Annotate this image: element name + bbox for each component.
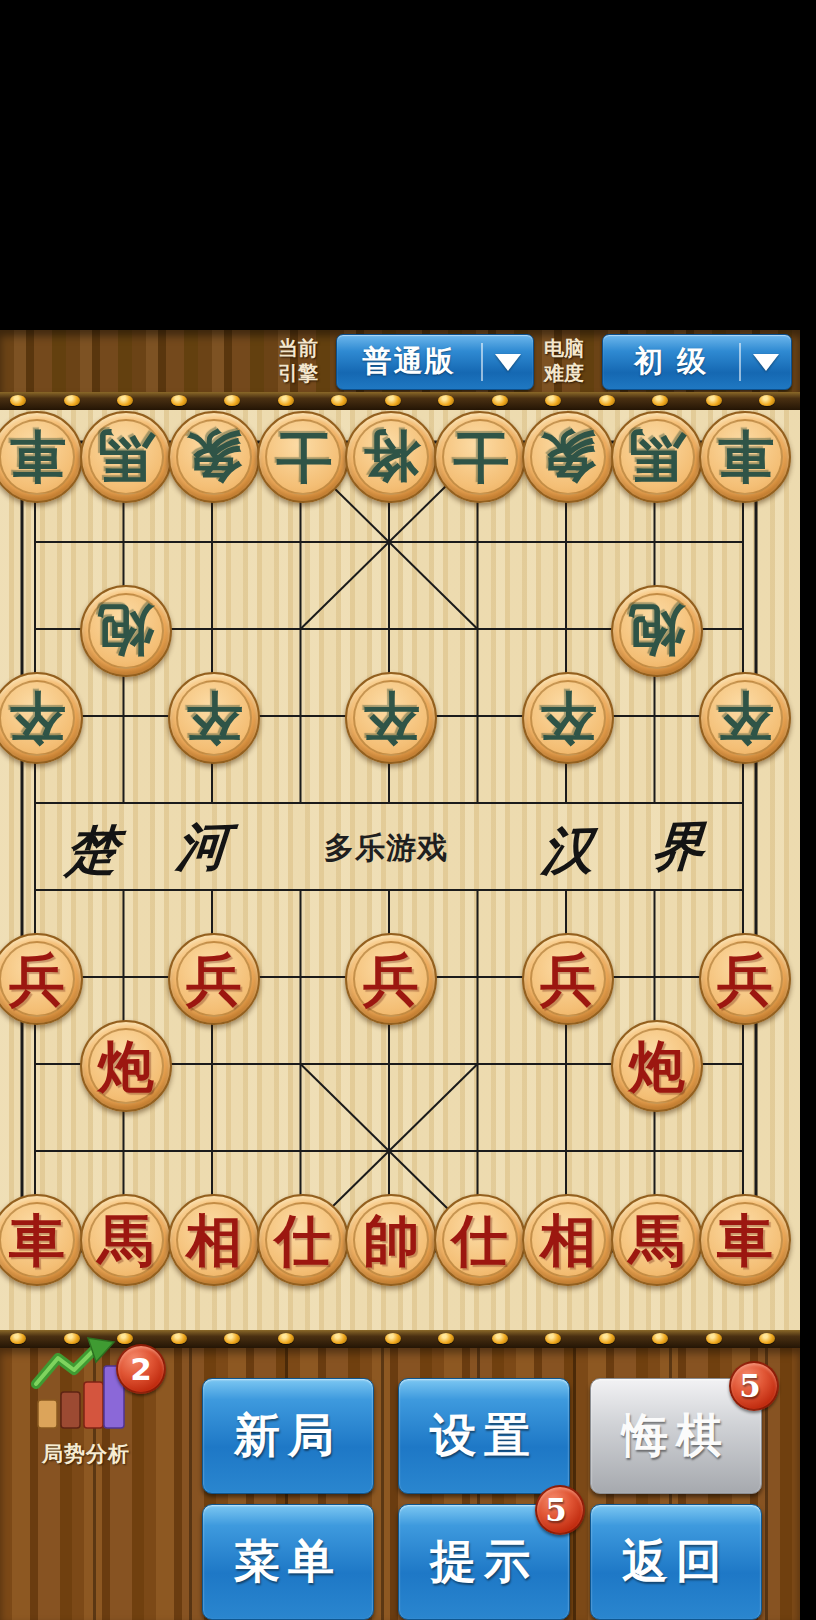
piece-glyph: 象 — [540, 429, 596, 485]
gold-stud-icon — [331, 1333, 347, 1344]
piece-black-advisor[interactable]: 士 — [434, 411, 526, 503]
piece-red-soldier[interactable]: 兵 — [345, 933, 437, 1025]
gold-stud-icon — [599, 395, 615, 406]
piece-glyph: 馬 — [98, 1212, 154, 1268]
back-button[interactable]: 返回 — [590, 1504, 762, 1620]
piece-glyph: 士 — [452, 429, 508, 485]
gold-stud-icon — [117, 395, 133, 406]
hint-badge: 5 — [535, 1485, 585, 1535]
piece-red-soldier[interactable]: 兵 — [699, 933, 791, 1025]
difficulty-dropdown[interactable]: 初 级 — [602, 334, 792, 390]
chevron-down-icon — [495, 354, 521, 371]
difficulty-label-line2: 难度 — [532, 361, 596, 386]
piece-glyph: 相 — [186, 1212, 242, 1268]
engine-label-line2: 引擎 — [266, 361, 330, 386]
piece-glyph: 卒 — [540, 690, 596, 746]
letterbox-right — [800, 0, 816, 1620]
gold-stud-icon — [706, 1333, 722, 1344]
piece-glyph: 炮 — [98, 1038, 154, 1094]
piece-glyph: 車 — [9, 1212, 65, 1268]
gold-stud-icon — [759, 395, 775, 406]
engine-dropdown[interactable]: 普通版 — [336, 334, 534, 390]
piece-black-soldier[interactable]: 卒 — [168, 672, 260, 764]
game-screen: 当前 引擎 普通版 电脑 难度 初 级 — [0, 0, 816, 1620]
piece-black-elephant[interactable]: 象 — [168, 411, 260, 503]
piece-red-cannon[interactable]: 炮 — [80, 1020, 172, 1112]
gold-stud-icon — [224, 395, 240, 406]
piece-glyph: 兵 — [717, 951, 773, 1007]
undo-badge: 5 — [729, 1361, 779, 1411]
piece-glyph: 卒 — [363, 690, 419, 746]
piece-glyph: 卒 — [9, 690, 65, 746]
gold-stud-icon — [652, 395, 668, 406]
gold-stud-icon — [492, 1333, 508, 1344]
engine-toolbar: 当前 引擎 普通版 电脑 难度 初 级 — [0, 330, 800, 392]
hint-button[interactable]: 提示 5 — [398, 1504, 570, 1620]
piece-glyph: 車 — [9, 429, 65, 485]
difficulty-label: 电脑 难度 — [532, 336, 596, 386]
new-game-button-label: 新局 — [234, 1405, 342, 1467]
gold-stud-icon — [10, 395, 26, 406]
piece-red-horse[interactable]: 馬 — [611, 1194, 703, 1286]
piece-glyph: 卒 — [717, 690, 773, 746]
piece-glyph: 兵 — [363, 951, 419, 1007]
piece-glyph: 炮 — [629, 603, 685, 659]
piece-glyph: 炮 — [98, 603, 154, 659]
gold-stud-icon — [385, 1333, 401, 1344]
piece-glyph: 将 — [363, 429, 419, 485]
piece-red-chariot[interactable]: 車 — [699, 1194, 791, 1286]
analysis-label: 局势分析 — [16, 1440, 156, 1468]
piece-red-general[interactable]: 帥 — [345, 1194, 437, 1286]
decor-stud-strip-top — [0, 392, 800, 410]
piece-glyph: 卒 — [186, 690, 242, 746]
piece-black-horse[interactable]: 馬 — [611, 411, 703, 503]
gold-stud-icon — [64, 395, 80, 406]
piece-red-advisor[interactable]: 仕 — [257, 1194, 349, 1286]
piece-black-cannon[interactable]: 炮 — [611, 585, 703, 677]
hint-button-label: 提示 — [430, 1531, 538, 1593]
difficulty-dropdown-value: 初 级 — [603, 342, 739, 382]
xiangqi-board[interactable]: 楚 河 多乐游戏 汉 界 車馬象士将士象馬車炮炮卒卒卒卒卒兵兵兵兵兵炮炮車馬相仕… — [0, 410, 800, 1330]
piece-glyph: 兵 — [540, 951, 596, 1007]
letterbox-top — [0, 0, 816, 330]
piece-red-elephant[interactable]: 相 — [522, 1194, 614, 1286]
gold-stud-icon — [171, 1333, 187, 1344]
piece-red-soldier[interactable]: 兵 — [168, 933, 260, 1025]
gold-stud-icon — [10, 1333, 26, 1344]
gold-stud-icon — [438, 395, 454, 406]
gold-stud-icon — [492, 395, 508, 406]
piece-glyph: 相 — [540, 1212, 596, 1268]
piece-black-elephant[interactable]: 象 — [522, 411, 614, 503]
gold-stud-icon — [224, 1333, 240, 1344]
gold-stud-icon — [438, 1333, 454, 1344]
new-game-button[interactable]: 新局 — [202, 1378, 374, 1494]
gold-stud-icon — [652, 1333, 668, 1344]
river-text-chu-he: 楚 河 — [63, 811, 251, 887]
piece-glyph: 炮 — [629, 1038, 685, 1094]
engine-dropdown-arrow-button[interactable] — [483, 354, 533, 371]
analysis-chart-icon — [30, 1336, 130, 1436]
gold-stud-icon — [171, 395, 187, 406]
analysis-badge: 2 — [116, 1344, 166, 1394]
analysis-button[interactable]: 2 局势分析 — [30, 1336, 142, 1466]
engine-dropdown-value: 普通版 — [337, 342, 481, 382]
piece-black-advisor[interactable]: 士 — [257, 411, 349, 503]
gold-stud-icon — [545, 1333, 561, 1344]
piece-black-soldier[interactable]: 卒 — [699, 672, 791, 764]
piece-black-soldier[interactable]: 卒 — [522, 672, 614, 764]
gold-stud-icon — [545, 395, 561, 406]
piece-glyph: 車 — [717, 1212, 773, 1268]
undo-button-label: 悔棋 — [622, 1405, 730, 1467]
engine-label: 当前 引擎 — [266, 336, 330, 386]
piece-glyph: 馬 — [98, 429, 154, 485]
piece-black-soldier[interactable]: 卒 — [345, 672, 437, 764]
piece-red-cannon[interactable]: 炮 — [611, 1020, 703, 1112]
piece-glyph: 帥 — [363, 1212, 419, 1268]
piece-glyph: 車 — [717, 429, 773, 485]
piece-black-cannon[interactable]: 炮 — [80, 585, 172, 677]
settings-button[interactable]: 设置 — [398, 1378, 570, 1494]
bottom-control-panel: 2 局势分析 新局 设置 悔棋 5 菜单 提示 5 返回 — [0, 1348, 800, 1620]
river-text-han-jie: 汉 界 — [539, 811, 727, 887]
gold-stud-icon — [278, 395, 294, 406]
piece-red-horse[interactable]: 馬 — [80, 1194, 172, 1286]
chevron-down-icon — [753, 354, 779, 371]
piece-glyph: 象 — [186, 429, 242, 485]
piece-red-soldier[interactable]: 兵 — [522, 933, 614, 1025]
piece-red-advisor[interactable]: 仕 — [434, 1194, 526, 1286]
piece-red-elephant[interactable]: 相 — [168, 1194, 260, 1286]
piece-glyph: 馬 — [629, 1212, 685, 1268]
gold-stud-icon — [759, 1333, 775, 1344]
gold-stud-icon — [706, 395, 722, 406]
piece-glyph: 仕 — [452, 1212, 508, 1268]
gold-stud-icon — [385, 395, 401, 406]
piece-glyph: 兵 — [9, 951, 65, 1007]
difficulty-dropdown-arrow-button[interactable] — [741, 354, 791, 371]
gold-stud-icon — [331, 395, 347, 406]
river-brand-text: 多乐游戏 — [324, 828, 448, 869]
piece-glyph: 仕 — [275, 1212, 331, 1268]
piece-glyph: 馬 — [629, 429, 685, 485]
difficulty-label-line1: 电脑 — [532, 336, 596, 361]
gold-stud-icon — [599, 1333, 615, 1344]
piece-glyph: 士 — [275, 429, 331, 485]
piece-black-horse[interactable]: 馬 — [80, 411, 172, 503]
piece-glyph: 兵 — [186, 951, 242, 1007]
menu-button[interactable]: 菜单 — [202, 1504, 374, 1620]
settings-button-label: 设置 — [430, 1405, 538, 1467]
back-button-label: 返回 — [622, 1531, 730, 1593]
menu-button-label: 菜单 — [234, 1531, 342, 1593]
engine-label-line1: 当前 — [266, 336, 330, 361]
piece-black-general[interactable]: 将 — [345, 411, 437, 503]
gold-stud-icon — [278, 1333, 294, 1344]
piece-black-chariot[interactable]: 車 — [699, 411, 791, 503]
undo-button[interactable]: 悔棋 5 — [590, 1378, 762, 1494]
